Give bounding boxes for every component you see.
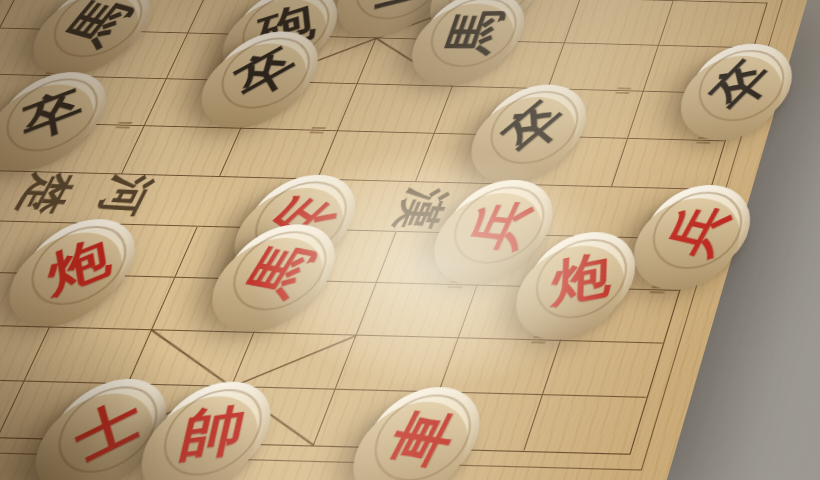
- xiangqi-board: 楚 河 漢 界 馬士將砲馬卒卒卒卒兵兵兵馬炮炮士帥車: [0, 0, 816, 480]
- piece-red-cannon[interactable]: 炮: [514, 231, 648, 327]
- board-grid: 楚 河 漢 界 馬士將砲馬卒卒卒卒兵兵兵馬炮炮士帥車: [0, 0, 768, 455]
- river-label-chu-he: 楚 河: [8, 165, 161, 224]
- scene: 楚 河 漢 界 馬士將砲馬卒卒卒卒兵兵兵馬炮炮士帥車: [0, 0, 820, 480]
